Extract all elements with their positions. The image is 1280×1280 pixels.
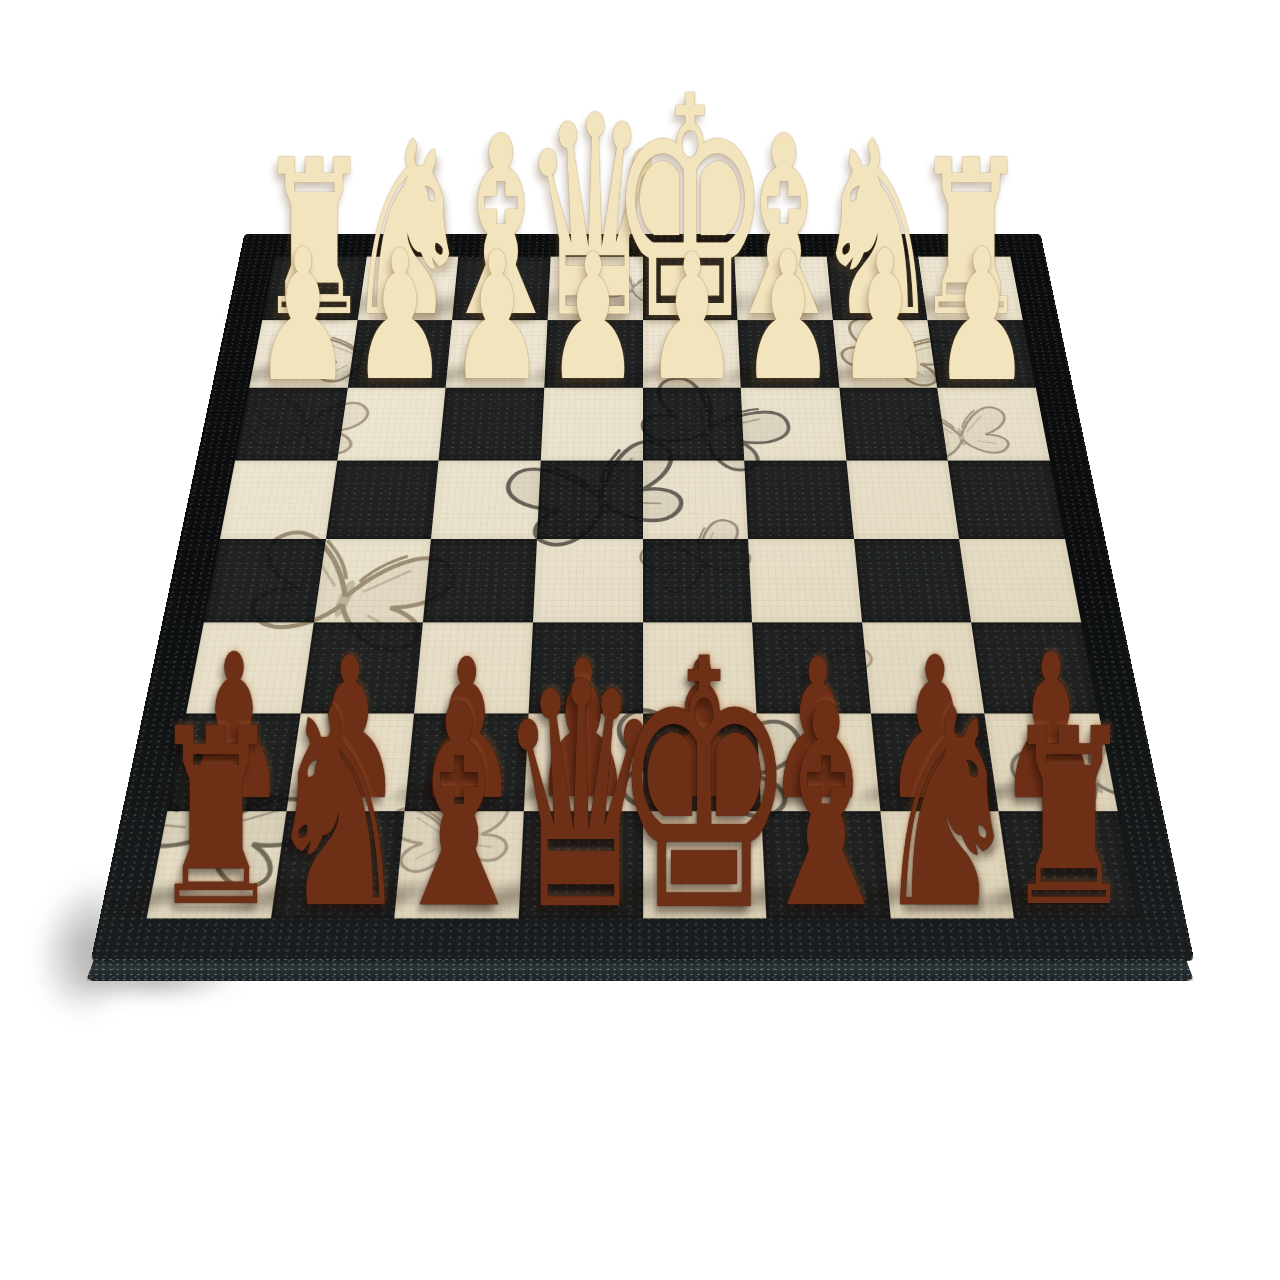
- piece-light-pawn-f7[interactable]: ♟: [741, 229, 836, 406]
- piece-light-pawn-h7[interactable]: ♟: [933, 225, 1031, 407]
- photo-stage: ♜♞♝♛♚♝♞♜♟♟♟♟♟♟♟♟♟♟♟♟♟♟♟♟♜♞♝♛♚♝♞♜: [0, 0, 1280, 1280]
- piece-light-pawn-c7[interactable]: ♟: [449, 229, 544, 406]
- piece-light-pawn-a7[interactable]: ♟: [254, 225, 352, 407]
- pieces-layer: ♜♞♝♛♚♝♞♜♟♟♟♟♟♟♟♟♟♟♟♟♟♟♟♟♜♞♝♛♚♝♞♜: [0, 0, 1280, 1280]
- piece-light-pawn-b7[interactable]: ♟: [352, 227, 448, 406]
- piece-dark-rook-a1[interactable]: ♜: [151, 697, 282, 941]
- piece-light-pawn-d7[interactable]: ♟: [547, 232, 641, 406]
- piece-dark-knight-g1[interactable]: ♞: [874, 673, 1021, 946]
- piece-light-pawn-e7[interactable]: ♟: [645, 232, 739, 406]
- piece-light-pawn-g7[interactable]: ♟: [837, 227, 933, 406]
- piece-dark-rook-h1[interactable]: ♜: [1003, 697, 1134, 941]
